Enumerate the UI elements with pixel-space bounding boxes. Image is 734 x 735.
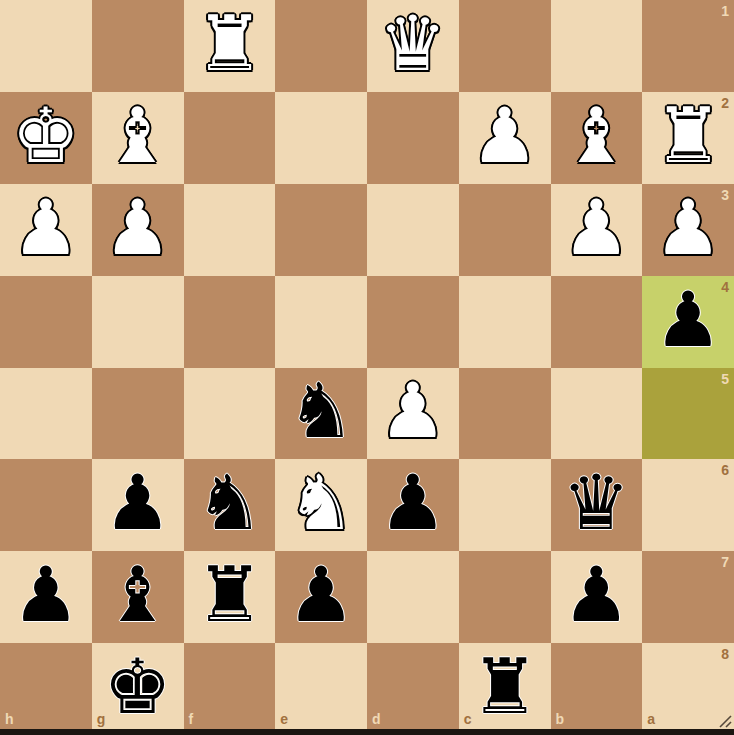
square-e6[interactable]: ♞ [275, 459, 367, 551]
chess-app-stage: ♜♛1♚♝♟♝♜2♟♟♟♟3♟4♞♟5♟♞♞♟♛6♟♝♜♟♟7h♚gfed♜cb… [0, 0, 734, 735]
square-h8[interactable]: h [0, 643, 92, 735]
square-d4[interactable] [367, 276, 459, 368]
square-g1[interactable] [92, 0, 184, 92]
black-bishop[interactable]: ♝ [104, 557, 172, 633]
page-background-strip [0, 729, 734, 735]
square-f4[interactable] [184, 276, 276, 368]
square-a1[interactable]: 1 [642, 0, 734, 92]
square-c6[interactable] [459, 459, 551, 551]
square-b5[interactable] [551, 368, 643, 460]
rank-label-3: 3 [721, 188, 729, 202]
square-g7[interactable]: ♝ [92, 551, 184, 643]
black-pawn[interactable]: ♟ [287, 557, 355, 633]
square-f1[interactable]: ♜ [184, 0, 276, 92]
white-pawn[interactable]: ♟ [654, 190, 722, 266]
file-label-g: g [97, 712, 106, 726]
square-f2[interactable] [184, 92, 276, 184]
white-pawn[interactable]: ♟ [104, 190, 172, 266]
rank-label-1: 1 [721, 4, 729, 18]
square-c8[interactable]: ♜c [459, 643, 551, 735]
square-g8[interactable]: ♚g [92, 643, 184, 735]
square-b3[interactable]: ♟ [551, 184, 643, 276]
square-e8[interactable]: e [275, 643, 367, 735]
square-c7[interactable] [459, 551, 551, 643]
square-a3[interactable]: ♟3 [642, 184, 734, 276]
square-e3[interactable] [275, 184, 367, 276]
white-bishop[interactable]: ♝ [104, 98, 172, 174]
square-c3[interactable] [459, 184, 551, 276]
square-d7[interactable] [367, 551, 459, 643]
rank-label-6: 6 [721, 463, 729, 477]
square-e2[interactable] [275, 92, 367, 184]
white-knight[interactable]: ♞ [287, 465, 355, 541]
square-b8[interactable]: b [551, 643, 643, 735]
black-rook[interactable]: ♜ [195, 557, 263, 633]
board-resize-handle-icon[interactable] [717, 713, 732, 728]
file-label-a: a [647, 712, 655, 726]
square-b1[interactable] [551, 0, 643, 92]
white-queen[interactable]: ♛ [379, 6, 447, 82]
square-d5[interactable]: ♟ [367, 368, 459, 460]
square-d2[interactable] [367, 92, 459, 184]
rank-label-5: 5 [721, 372, 729, 386]
square-f3[interactable] [184, 184, 276, 276]
square-h1[interactable] [0, 0, 92, 92]
rank-label-2: 2 [721, 96, 729, 110]
square-e7[interactable]: ♟ [275, 551, 367, 643]
white-pawn[interactable]: ♟ [379, 373, 447, 449]
square-g4[interactable] [92, 276, 184, 368]
file-label-h: h [5, 712, 14, 726]
black-pawn[interactable]: ♟ [562, 557, 630, 633]
black-knight[interactable]: ♞ [287, 373, 355, 449]
square-b6[interactable]: ♛ [551, 459, 643, 551]
black-pawn[interactable]: ♟ [654, 282, 722, 358]
white-pawn[interactable]: ♟ [562, 190, 630, 266]
square-a4[interactable]: ♟4 [642, 276, 734, 368]
white-rook[interactable]: ♜ [195, 6, 263, 82]
square-a2[interactable]: ♜2 [642, 92, 734, 184]
black-knight[interactable]: ♞ [195, 465, 263, 541]
square-h4[interactable] [0, 276, 92, 368]
file-label-f: f [189, 712, 194, 726]
chess-board: ♜♛1♚♝♟♝♜2♟♟♟♟3♟4♞♟5♟♞♞♟♛6♟♝♜♟♟7h♚gfed♜cb… [0, 0, 734, 735]
black-pawn[interactable]: ♟ [104, 465, 172, 541]
square-h6[interactable] [0, 459, 92, 551]
square-e1[interactable] [275, 0, 367, 92]
square-c4[interactable] [459, 276, 551, 368]
square-f8[interactable]: f [184, 643, 276, 735]
square-b7[interactable]: ♟ [551, 551, 643, 643]
square-c2[interactable]: ♟ [459, 92, 551, 184]
black-queen[interactable]: ♛ [562, 465, 630, 541]
square-e4[interactable] [275, 276, 367, 368]
white-pawn[interactable]: ♟ [471, 98, 539, 174]
square-g5[interactable] [92, 368, 184, 460]
square-d1[interactable]: ♛ [367, 0, 459, 92]
rank-label-8: 8 [721, 647, 729, 661]
square-f6[interactable]: ♞ [184, 459, 276, 551]
black-pawn[interactable]: ♟ [379, 465, 447, 541]
square-d6[interactable]: ♟ [367, 459, 459, 551]
file-label-e: e [280, 712, 288, 726]
square-h5[interactable] [0, 368, 92, 460]
square-f7[interactable]: ♜ [184, 551, 276, 643]
file-label-b: b [556, 712, 565, 726]
square-h2[interactable]: ♚ [0, 92, 92, 184]
square-e5[interactable]: ♞ [275, 368, 367, 460]
rank-label-7: 7 [721, 555, 729, 569]
file-label-c: c [464, 712, 472, 726]
square-h3[interactable]: ♟ [0, 184, 92, 276]
black-rook[interactable]: ♜ [471, 649, 539, 725]
square-a7[interactable]: 7 [642, 551, 734, 643]
black-king[interactable]: ♚ [104, 649, 172, 725]
square-d8[interactable]: d [367, 643, 459, 735]
square-h7[interactable]: ♟ [0, 551, 92, 643]
black-pawn[interactable]: ♟ [12, 557, 80, 633]
white-rook[interactable]: ♜ [654, 98, 722, 174]
white-bishop[interactable]: ♝ [562, 98, 630, 174]
rank-label-4: 4 [721, 280, 729, 294]
square-c5[interactable] [459, 368, 551, 460]
square-d3[interactable] [367, 184, 459, 276]
square-c1[interactable] [459, 0, 551, 92]
square-a5[interactable]: 5 [642, 368, 734, 460]
square-b4[interactable] [551, 276, 643, 368]
white-king[interactable]: ♚ [12, 98, 80, 174]
white-pawn[interactable]: ♟ [12, 190, 80, 266]
square-a6[interactable]: 6 [642, 459, 734, 551]
file-label-d: d [372, 712, 381, 726]
square-g3[interactable]: ♟ [92, 184, 184, 276]
square-b2[interactable]: ♝ [551, 92, 643, 184]
square-f5[interactable] [184, 368, 276, 460]
square-g2[interactable]: ♝ [92, 92, 184, 184]
square-g6[interactable]: ♟ [92, 459, 184, 551]
